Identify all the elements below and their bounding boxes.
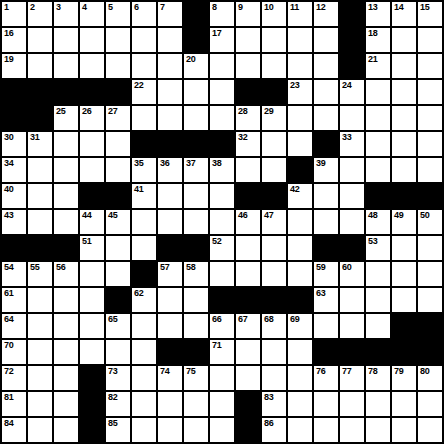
cell-6-14[interactable]: 33 xyxy=(340,132,364,156)
cell-2-6[interactable] xyxy=(132,28,156,52)
cell-15-5[interactable]: 73 xyxy=(106,366,130,390)
cell-5-16[interactable] xyxy=(392,106,416,130)
cell-10-4[interactable]: 51 xyxy=(80,236,104,260)
clue-number: 79 xyxy=(394,366,403,377)
cell-11-10[interactable] xyxy=(236,262,260,286)
cell-5-6[interactable] xyxy=(132,106,156,130)
cell-10-9[interactable]: 52 xyxy=(210,236,234,260)
black-cell-8-4 xyxy=(80,184,104,208)
cell-10-6[interactable] xyxy=(132,236,156,260)
clue-number: 7 xyxy=(160,2,165,13)
cell-5-8[interactable] xyxy=(184,106,208,130)
clue-number: 2 xyxy=(30,2,35,13)
cell-3-13[interactable] xyxy=(314,54,338,78)
cell-15-16[interactable]: 79 xyxy=(392,366,416,390)
cell-17-14[interactable] xyxy=(340,418,364,442)
cell-8-12[interactable]: 42 xyxy=(288,184,312,208)
cell-11-4[interactable] xyxy=(80,262,104,286)
cell-9-10[interactable]: 46 xyxy=(236,210,260,234)
cell-9-14[interactable] xyxy=(340,210,364,234)
cell-17-17[interactable] xyxy=(418,418,442,442)
black-cell-11-6 xyxy=(132,262,156,286)
cell-4-16[interactable] xyxy=(392,80,416,104)
cell-8-13[interactable] xyxy=(314,184,338,208)
cell-17-7[interactable] xyxy=(158,418,182,442)
cell-7-5[interactable] xyxy=(106,158,130,182)
cell-9-11[interactable]: 47 xyxy=(262,210,286,234)
cell-14-9[interactable]: 71 xyxy=(210,340,234,364)
cell-13-2[interactable] xyxy=(28,314,52,338)
cell-3-2[interactable] xyxy=(28,54,52,78)
cell-11-16[interactable] xyxy=(392,262,416,286)
cell-16-1[interactable]: 81 xyxy=(2,392,26,416)
cell-12-2[interactable] xyxy=(28,288,52,312)
cell-7-14[interactable] xyxy=(340,158,364,182)
cell-8-7[interactable] xyxy=(158,184,182,208)
black-cell-8-17 xyxy=(418,184,442,208)
cell-11-17[interactable] xyxy=(418,262,442,286)
cell-11-7[interactable]: 57 xyxy=(158,262,182,286)
cell-14-3[interactable] xyxy=(54,340,78,364)
cell-16-16[interactable] xyxy=(392,392,416,416)
cell-8-1[interactable]: 40 xyxy=(2,184,26,208)
black-cell-10-14 xyxy=(340,236,364,260)
cell-10-12[interactable] xyxy=(288,236,312,260)
cell-14-6[interactable] xyxy=(132,340,156,364)
cell-13-12[interactable]: 69 xyxy=(288,314,312,338)
cell-8-8[interactable] xyxy=(184,184,208,208)
cell-6-3[interactable] xyxy=(54,132,78,156)
cell-14-11[interactable] xyxy=(262,340,286,364)
cell-1-1[interactable]: 1 xyxy=(2,2,26,26)
cell-2-11[interactable] xyxy=(262,28,286,52)
clue-number: 8 xyxy=(212,2,217,13)
black-cell-17-4 xyxy=(80,418,104,442)
cell-10-5[interactable] xyxy=(106,236,130,260)
black-cell-5-1 xyxy=(2,106,26,130)
cell-5-5[interactable]: 27 xyxy=(106,106,130,130)
cell-8-3[interactable] xyxy=(54,184,78,208)
cell-2-16[interactable] xyxy=(392,28,416,52)
cell-15-8[interactable]: 75 xyxy=(184,366,208,390)
cell-14-4[interactable] xyxy=(80,340,104,364)
clue-number: 13 xyxy=(368,2,377,13)
cell-11-11[interactable] xyxy=(262,262,286,286)
cell-14-12[interactable] xyxy=(288,340,312,364)
clue-number: 57 xyxy=(160,262,169,273)
cell-16-12[interactable] xyxy=(288,392,312,416)
cell-2-10[interactable] xyxy=(236,28,260,52)
cell-17-3[interactable] xyxy=(54,418,78,442)
cell-2-2[interactable] xyxy=(28,28,52,52)
cell-12-3[interactable] xyxy=(54,288,78,312)
clue-number: 14 xyxy=(394,2,403,13)
cell-10-10[interactable] xyxy=(236,236,260,260)
clue-number: 51 xyxy=(82,236,91,247)
cell-6-5[interactable] xyxy=(106,132,130,156)
cell-13-15[interactable] xyxy=(366,314,390,338)
cell-1-10[interactable]: 9 xyxy=(236,2,260,26)
cell-16-15[interactable] xyxy=(366,392,390,416)
clue-number: 37 xyxy=(186,158,195,169)
black-cell-17-10 xyxy=(236,418,260,442)
black-cell-6-9 xyxy=(210,132,234,156)
cell-2-12[interactable] xyxy=(288,28,312,52)
black-cell-14-14 xyxy=(340,340,364,364)
cell-9-12[interactable] xyxy=(288,210,312,234)
cell-3-9[interactable] xyxy=(210,54,234,78)
cell-4-6[interactable]: 22 xyxy=(132,80,156,104)
cell-15-12[interactable] xyxy=(288,366,312,390)
cell-15-1[interactable]: 72 xyxy=(2,366,26,390)
black-cell-1-8 xyxy=(184,2,208,26)
cell-3-11[interactable] xyxy=(262,54,286,78)
cell-1-7[interactable]: 7 xyxy=(158,2,182,26)
cell-12-14[interactable] xyxy=(340,288,364,312)
black-cell-10-7 xyxy=(158,236,182,260)
black-cell-12-5 xyxy=(106,288,130,312)
cell-5-13[interactable] xyxy=(314,106,338,130)
cell-6-1[interactable]: 30 xyxy=(2,132,26,156)
cell-7-6[interactable]: 35 xyxy=(132,158,156,182)
cell-16-14[interactable] xyxy=(340,392,364,416)
cell-14-5[interactable] xyxy=(106,340,130,364)
cell-14-10[interactable] xyxy=(236,340,260,364)
clue-number: 36 xyxy=(160,158,169,169)
cell-5-17[interactable] xyxy=(418,106,442,130)
cell-12-7[interactable] xyxy=(158,288,182,312)
cell-13-10[interactable]: 67 xyxy=(236,314,260,338)
cell-5-15[interactable] xyxy=(366,106,390,130)
cell-4-14[interactable]: 24 xyxy=(340,80,364,104)
cell-16-6[interactable] xyxy=(132,392,156,416)
cell-1-16[interactable]: 14 xyxy=(392,2,416,26)
cell-11-8[interactable]: 58 xyxy=(184,262,208,286)
cell-16-7[interactable] xyxy=(158,392,182,416)
clue-number: 33 xyxy=(342,132,351,143)
black-cell-10-3 xyxy=(54,236,78,260)
black-cell-7-12 xyxy=(288,158,312,182)
cell-13-13[interactable] xyxy=(314,314,338,338)
cell-3-17[interactable] xyxy=(418,54,442,78)
cell-11-9[interactable] xyxy=(210,262,234,286)
cell-1-5[interactable]: 5 xyxy=(106,2,130,26)
cell-16-9[interactable] xyxy=(210,392,234,416)
cell-17-9[interactable] xyxy=(210,418,234,442)
cell-11-14[interactable]: 60 xyxy=(340,262,364,286)
clue-number: 15 xyxy=(420,2,429,13)
cell-15-9[interactable] xyxy=(210,366,234,390)
cell-2-15[interactable]: 18 xyxy=(366,28,390,52)
cell-15-3[interactable] xyxy=(54,366,78,390)
cell-5-7[interactable] xyxy=(158,106,182,130)
clue-number: 72 xyxy=(4,366,13,377)
cell-5-11[interactable]: 29 xyxy=(262,106,286,130)
cell-9-16[interactable]: 49 xyxy=(392,210,416,234)
cell-13-1[interactable]: 64 xyxy=(2,314,26,338)
cell-15-15[interactable]: 78 xyxy=(366,366,390,390)
cell-2-17[interactable] xyxy=(418,28,442,52)
cell-6-11[interactable] xyxy=(262,132,286,156)
cell-15-2[interactable] xyxy=(28,366,52,390)
cell-7-13[interactable]: 39 xyxy=(314,158,338,182)
cell-1-2[interactable]: 2 xyxy=(28,2,52,26)
cell-17-16[interactable] xyxy=(392,418,416,442)
clue-number: 26 xyxy=(82,106,91,117)
clue-number: 74 xyxy=(160,366,169,377)
clue-number: 45 xyxy=(108,210,117,221)
cell-9-6[interactable] xyxy=(132,210,156,234)
cell-2-5[interactable] xyxy=(106,28,130,52)
cell-15-10[interactable] xyxy=(236,366,260,390)
clue-number: 25 xyxy=(56,106,65,117)
cell-16-13[interactable] xyxy=(314,392,338,416)
clue-number: 46 xyxy=(238,210,247,221)
cell-6-17[interactable] xyxy=(418,132,442,156)
cell-17-15[interactable] xyxy=(366,418,390,442)
cell-2-3[interactable] xyxy=(54,28,78,52)
cell-3-12[interactable] xyxy=(288,54,312,78)
cell-7-3[interactable] xyxy=(54,158,78,182)
black-cell-2-14 xyxy=(340,28,364,52)
clue-number: 28 xyxy=(238,106,247,117)
cell-3-16[interactable] xyxy=(392,54,416,78)
cell-8-14[interactable] xyxy=(340,184,364,208)
cell-15-7[interactable]: 74 xyxy=(158,366,182,390)
black-cell-16-10 xyxy=(236,392,260,416)
cell-6-15[interactable] xyxy=(366,132,390,156)
clue-number: 1 xyxy=(4,2,9,13)
cell-4-8[interactable] xyxy=(184,80,208,104)
cell-13-7[interactable] xyxy=(158,314,182,338)
cell-3-10[interactable] xyxy=(236,54,260,78)
black-cell-4-4 xyxy=(80,80,104,104)
cell-13-6[interactable] xyxy=(132,314,156,338)
cell-6-2[interactable]: 31 xyxy=(28,132,52,156)
black-cell-8-16 xyxy=(392,184,416,208)
cell-13-5[interactable]: 65 xyxy=(106,314,130,338)
clue-number: 75 xyxy=(186,366,195,377)
cell-1-6[interactable]: 6 xyxy=(132,2,156,26)
cell-13-9[interactable]: 66 xyxy=(210,314,234,338)
cell-9-5[interactable]: 45 xyxy=(106,210,130,234)
cell-12-13[interactable]: 63 xyxy=(314,288,338,312)
cell-3-8[interactable]: 20 xyxy=(184,54,208,78)
cell-3-5[interactable] xyxy=(106,54,130,78)
cell-10-11[interactable] xyxy=(262,236,286,260)
cell-5-9[interactable] xyxy=(210,106,234,130)
clue-number: 73 xyxy=(108,366,117,377)
cell-5-12[interactable] xyxy=(288,106,312,130)
cell-2-7[interactable] xyxy=(158,28,182,52)
cell-12-6[interactable]: 62 xyxy=(132,288,156,312)
clue-number: 41 xyxy=(134,184,143,195)
cell-1-12[interactable]: 11 xyxy=(288,2,312,26)
cell-1-13[interactable]: 12 xyxy=(314,2,338,26)
clue-number: 77 xyxy=(342,366,351,377)
cell-17-1[interactable]: 84 xyxy=(2,418,26,442)
cell-17-12[interactable] xyxy=(288,418,312,442)
black-cell-4-3 xyxy=(54,80,78,104)
cell-12-15[interactable] xyxy=(366,288,390,312)
cell-7-1[interactable]: 34 xyxy=(2,158,26,182)
clue-number: 62 xyxy=(134,288,143,299)
clue-number: 20 xyxy=(186,54,195,65)
cell-1-17[interactable]: 15 xyxy=(418,2,442,26)
cell-3-1[interactable]: 19 xyxy=(2,54,26,78)
cell-4-17[interactable] xyxy=(418,80,442,104)
cell-4-12[interactable]: 23 xyxy=(288,80,312,104)
cell-7-17[interactable] xyxy=(418,158,442,182)
cell-1-15[interactable]: 13 xyxy=(366,2,390,26)
cell-11-12[interactable] xyxy=(288,262,312,286)
black-cell-4-2 xyxy=(28,80,52,104)
cell-13-4[interactable] xyxy=(80,314,104,338)
cell-14-2[interactable] xyxy=(28,340,52,364)
clue-number: 22 xyxy=(134,80,143,91)
clue-number: 82 xyxy=(108,392,117,403)
cell-13-14[interactable] xyxy=(340,314,364,338)
cell-2-4[interactable] xyxy=(80,28,104,52)
cell-8-6[interactable]: 41 xyxy=(132,184,156,208)
black-cell-8-11 xyxy=(262,184,286,208)
cell-9-9[interactable] xyxy=(210,210,234,234)
cell-9-8[interactable] xyxy=(184,210,208,234)
cell-11-15[interactable] xyxy=(366,262,390,286)
cell-3-4[interactable] xyxy=(80,54,104,78)
cell-7-8[interactable]: 37 xyxy=(184,158,208,182)
cell-17-2[interactable] xyxy=(28,418,52,442)
cell-13-8[interactable] xyxy=(184,314,208,338)
cell-17-5[interactable]: 85 xyxy=(106,418,130,442)
black-cell-12-12 xyxy=(288,288,312,312)
cell-11-13[interactable]: 59 xyxy=(314,262,338,286)
black-cell-10-8 xyxy=(184,236,208,260)
cell-7-2[interactable] xyxy=(28,158,52,182)
cell-16-11[interactable]: 83 xyxy=(262,392,286,416)
cell-12-16[interactable] xyxy=(392,288,416,312)
cell-9-15[interactable]: 48 xyxy=(366,210,390,234)
black-cell-1-14 xyxy=(340,2,364,26)
cell-17-13[interactable] xyxy=(314,418,338,442)
cell-15-13[interactable]: 76 xyxy=(314,366,338,390)
cell-7-4[interactable] xyxy=(80,158,104,182)
cell-15-11[interactable] xyxy=(262,366,286,390)
cell-9-7[interactable] xyxy=(158,210,182,234)
cell-2-9[interactable]: 17 xyxy=(210,28,234,52)
cell-3-6[interactable] xyxy=(132,54,156,78)
clue-number: 66 xyxy=(212,314,221,325)
cell-7-9[interactable]: 38 xyxy=(210,158,234,182)
cell-3-7[interactable] xyxy=(158,54,182,78)
cell-5-3[interactable]: 25 xyxy=(54,106,78,130)
cell-12-1[interactable]: 61 xyxy=(2,288,26,312)
clue-number: 18 xyxy=(368,28,377,39)
clue-number: 50 xyxy=(420,210,429,221)
cell-11-5[interactable] xyxy=(106,262,130,286)
clue-number: 49 xyxy=(394,210,403,221)
cell-11-2[interactable]: 55 xyxy=(28,262,52,286)
cell-1-3[interactable]: 3 xyxy=(54,2,78,26)
cell-11-3[interactable]: 56 xyxy=(54,262,78,286)
cell-8-9[interactable] xyxy=(210,184,234,208)
cell-3-15[interactable]: 21 xyxy=(366,54,390,78)
cell-9-4[interactable]: 44 xyxy=(80,210,104,234)
clue-number: 11 xyxy=(290,2,299,13)
cell-16-5[interactable]: 82 xyxy=(106,392,130,416)
cell-9-3[interactable] xyxy=(54,210,78,234)
cell-6-16[interactable] xyxy=(392,132,416,156)
cell-2-1[interactable]: 16 xyxy=(2,28,26,52)
cell-7-15[interactable] xyxy=(366,158,390,182)
cell-4-7[interactable] xyxy=(158,80,182,104)
cell-7-11[interactable] xyxy=(262,158,286,182)
cell-10-17[interactable] xyxy=(418,236,442,260)
cell-1-11[interactable]: 10 xyxy=(262,2,286,26)
cell-6-4[interactable] xyxy=(80,132,104,156)
black-cell-12-9 xyxy=(210,288,234,312)
cell-16-17[interactable] xyxy=(418,392,442,416)
clue-number: 23 xyxy=(290,80,299,91)
black-cell-16-4 xyxy=(80,392,104,416)
cell-4-13[interactable] xyxy=(314,80,338,104)
cell-17-6[interactable] xyxy=(132,418,156,442)
cell-17-11[interactable]: 86 xyxy=(262,418,286,442)
cell-12-8[interactable] xyxy=(184,288,208,312)
cell-16-3[interactable] xyxy=(54,392,78,416)
cell-6-12[interactable] xyxy=(288,132,312,156)
cell-15-17[interactable]: 80 xyxy=(418,366,442,390)
cell-6-10[interactable]: 32 xyxy=(236,132,260,156)
cell-16-2[interactable] xyxy=(28,392,52,416)
cell-7-7[interactable]: 36 xyxy=(158,158,182,182)
cell-10-16[interactable] xyxy=(392,236,416,260)
cell-12-17[interactable] xyxy=(418,288,442,312)
cell-5-14[interactable] xyxy=(340,106,364,130)
cell-13-11[interactable]: 68 xyxy=(262,314,286,338)
cell-11-1[interactable]: 54 xyxy=(2,262,26,286)
cell-2-13[interactable] xyxy=(314,28,338,52)
cell-9-1[interactable]: 43 xyxy=(2,210,26,234)
cell-8-2[interactable] xyxy=(28,184,52,208)
cell-9-2[interactable] xyxy=(28,210,52,234)
cell-17-8[interactable] xyxy=(184,418,208,442)
cell-12-4[interactable] xyxy=(80,288,104,312)
cell-1-9[interactable]: 8 xyxy=(210,2,234,26)
cell-4-9[interactable] xyxy=(210,80,234,104)
cell-15-14[interactable]: 77 xyxy=(340,366,364,390)
cell-9-13[interactable] xyxy=(314,210,338,234)
cell-1-4[interactable]: 4 xyxy=(80,2,104,26)
cell-10-15[interactable]: 53 xyxy=(366,236,390,260)
cell-14-1[interactable]: 70 xyxy=(2,340,26,364)
cell-3-3[interactable] xyxy=(54,54,78,78)
cell-15-6[interactable] xyxy=(132,366,156,390)
cell-16-8[interactable] xyxy=(184,392,208,416)
cell-7-10[interactable] xyxy=(236,158,260,182)
cell-13-3[interactable] xyxy=(54,314,78,338)
black-cell-3-14 xyxy=(340,54,364,78)
black-cell-12-11 xyxy=(262,288,286,312)
cell-5-4[interactable]: 26 xyxy=(80,106,104,130)
clue-number: 39 xyxy=(316,158,325,169)
cell-9-17[interactable]: 50 xyxy=(418,210,442,234)
cell-7-16[interactable] xyxy=(392,158,416,182)
black-cell-8-5 xyxy=(106,184,130,208)
clue-number: 53 xyxy=(368,236,377,247)
cell-5-10[interactable]: 28 xyxy=(236,106,260,130)
cell-4-15[interactable] xyxy=(366,80,390,104)
